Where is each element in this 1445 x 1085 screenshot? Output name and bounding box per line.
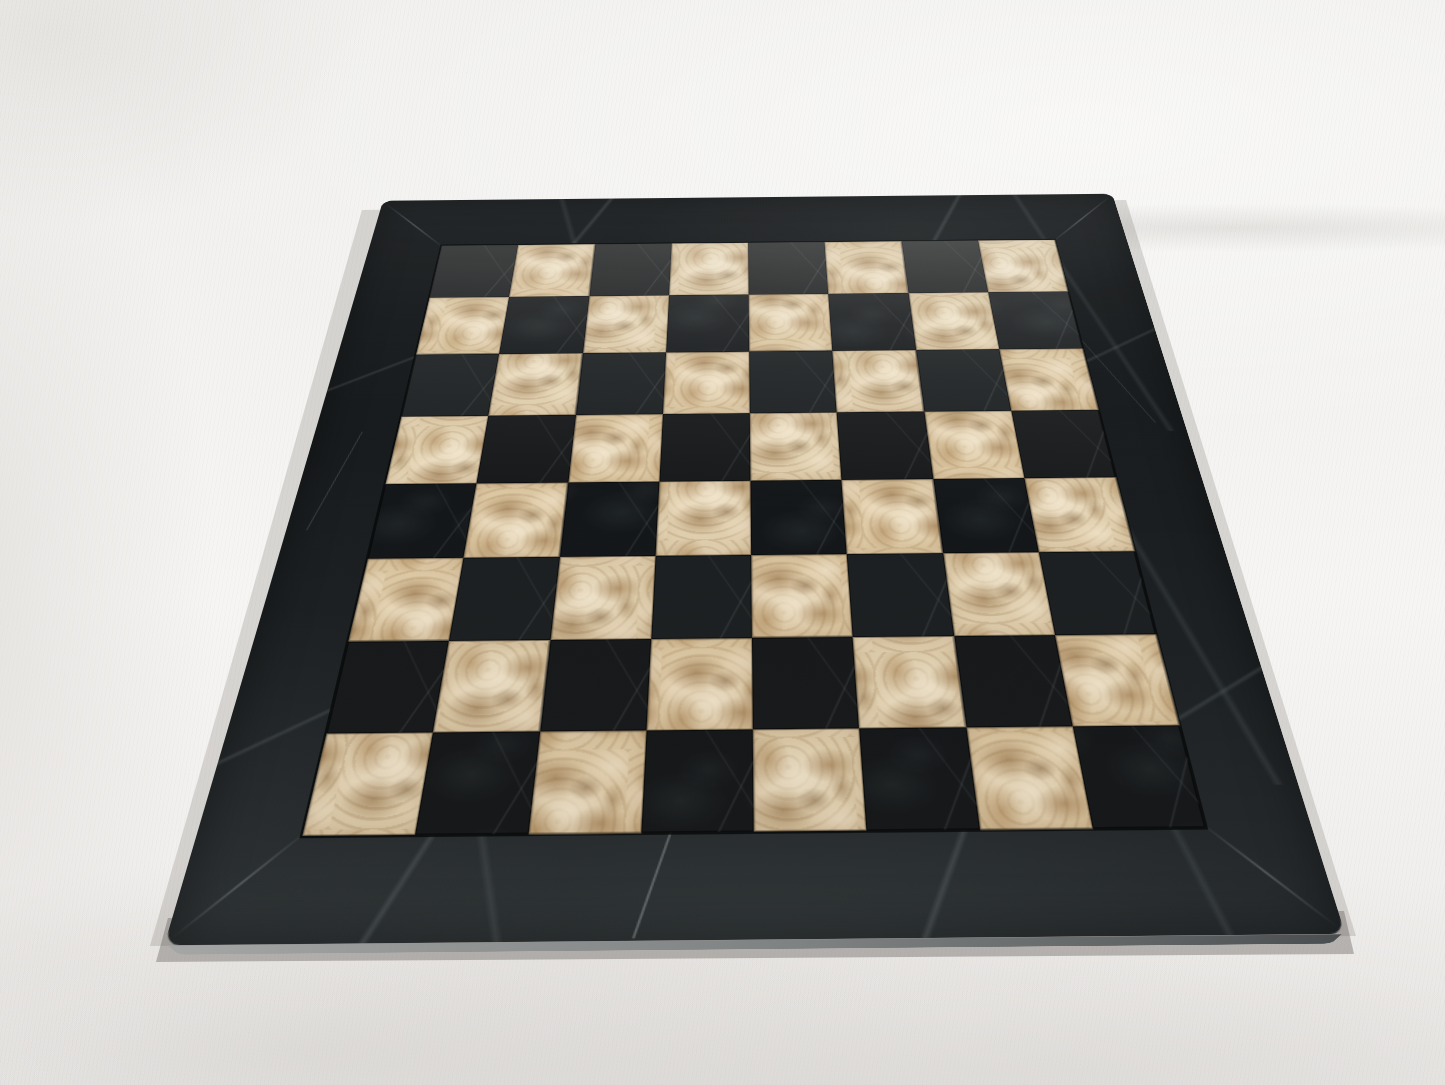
square-e4 xyxy=(750,480,847,555)
square-f4 xyxy=(842,479,943,554)
square-h6 xyxy=(999,348,1098,410)
square-a3 xyxy=(348,558,463,641)
square-b4 xyxy=(464,482,568,557)
square-e5 xyxy=(750,412,842,481)
square-b2 xyxy=(433,639,550,732)
square-g5 xyxy=(924,411,1024,479)
square-a1 xyxy=(302,732,433,836)
square-h4 xyxy=(1024,477,1134,552)
board-frame xyxy=(164,194,1345,946)
square-a4 xyxy=(368,483,477,559)
board-squares xyxy=(302,240,1205,836)
square-c8 xyxy=(589,243,671,296)
square-a8 xyxy=(429,245,518,298)
square-c3 xyxy=(550,556,655,639)
square-h1 xyxy=(1072,725,1205,828)
square-g6 xyxy=(916,349,1011,411)
square-f2 xyxy=(853,636,966,728)
square-e8 xyxy=(748,242,828,295)
square-e3 xyxy=(751,554,853,637)
square-d2 xyxy=(646,638,753,731)
square-b5 xyxy=(477,415,576,484)
square-b3 xyxy=(449,557,559,640)
square-h3 xyxy=(1039,552,1156,635)
square-d8 xyxy=(669,243,749,296)
square-f8 xyxy=(825,241,908,294)
square-g1 xyxy=(966,726,1092,829)
square-b6 xyxy=(489,353,583,416)
square-d1 xyxy=(641,729,754,832)
square-e2 xyxy=(752,637,859,730)
marble-vein xyxy=(306,432,363,531)
square-b7 xyxy=(499,296,589,353)
square-h7 xyxy=(988,292,1082,349)
square-c5 xyxy=(568,414,663,483)
square-f7 xyxy=(828,293,915,350)
square-c6 xyxy=(576,352,666,415)
square-h5 xyxy=(1011,410,1115,478)
chess-board xyxy=(164,194,1345,946)
perspective-scene xyxy=(0,0,1445,1085)
square-f3 xyxy=(847,553,954,636)
square-h2 xyxy=(1055,634,1179,726)
square-e7 xyxy=(749,294,833,351)
square-b8 xyxy=(509,244,595,297)
square-h8 xyxy=(978,240,1068,293)
square-f5 xyxy=(837,411,933,479)
square-g4 xyxy=(933,478,1039,553)
square-f1 xyxy=(859,727,979,830)
square-c1 xyxy=(528,730,646,834)
square-d3 xyxy=(651,555,752,638)
square-c2 xyxy=(540,639,651,732)
square-b1 xyxy=(415,731,539,835)
square-g7 xyxy=(908,292,999,349)
camera-tilt xyxy=(0,0,1445,1085)
square-e1 xyxy=(753,728,867,831)
square-a6 xyxy=(401,354,499,417)
square-g2 xyxy=(954,635,1073,727)
square-c7 xyxy=(583,295,669,352)
frame-miter-top-left xyxy=(385,203,447,250)
square-a5 xyxy=(385,416,488,485)
frame-miter-bottom-right xyxy=(1195,819,1338,929)
square-a2 xyxy=(327,640,450,733)
frame-miter-bottom-left xyxy=(171,827,312,940)
square-g8 xyxy=(901,240,988,293)
square-d4 xyxy=(655,481,751,556)
square-a7 xyxy=(416,297,509,354)
square-d5 xyxy=(659,413,750,482)
square-d6 xyxy=(663,351,750,414)
square-c4 xyxy=(559,482,659,557)
photo-background xyxy=(0,0,1445,1085)
frame-miter-top-right xyxy=(1050,196,1111,244)
marble-vein xyxy=(632,832,672,939)
square-e6 xyxy=(749,350,837,413)
square-d7 xyxy=(666,295,749,352)
square-g3 xyxy=(943,552,1055,635)
square-f6 xyxy=(832,350,923,413)
